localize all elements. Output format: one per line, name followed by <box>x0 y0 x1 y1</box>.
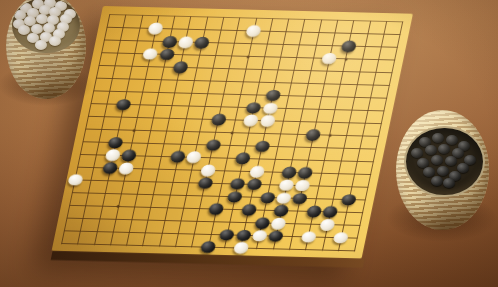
black-stone <box>443 178 455 188</box>
hoshi-point <box>328 134 332 137</box>
black-stone <box>259 192 275 204</box>
white-stone <box>270 218 286 230</box>
white-stone <box>148 23 164 35</box>
black-stone <box>340 40 356 52</box>
black-stone <box>292 193 308 205</box>
black-stone <box>437 166 449 176</box>
white-stone <box>251 230 267 242</box>
black-stone <box>241 204 257 216</box>
white-stone <box>259 115 275 127</box>
black-stone <box>170 151 186 163</box>
black-stone <box>161 36 177 48</box>
go-board <box>52 6 413 259</box>
hoshi-point <box>344 57 348 60</box>
black-stone <box>268 230 284 242</box>
black-stone <box>281 167 297 179</box>
hoshi-point <box>117 205 121 208</box>
black-stone <box>115 99 131 111</box>
white-stone-bowl-opening <box>12 0 79 53</box>
white-stone <box>118 163 134 175</box>
white-stone <box>105 149 121 161</box>
hoshi-point <box>246 55 250 58</box>
black-stone <box>219 229 235 241</box>
white-stone <box>319 219 335 231</box>
black-stone <box>431 176 443 186</box>
white-stone <box>186 151 202 163</box>
black-stone <box>194 37 210 49</box>
white-stone <box>232 242 248 254</box>
black-stone <box>205 139 221 151</box>
white-stone <box>249 166 265 178</box>
black-stone <box>254 140 270 152</box>
white-stone <box>295 180 311 192</box>
white-stone <box>67 174 83 186</box>
white-stone <box>178 36 194 48</box>
white-stone <box>142 48 158 60</box>
black-stone <box>431 155 443 165</box>
hoshi-point <box>230 131 234 134</box>
black-stone <box>305 129 321 141</box>
black-stone <box>322 206 338 218</box>
black-stone <box>197 177 213 189</box>
white-stone <box>321 53 337 65</box>
hoshi-point <box>133 129 137 132</box>
black-stone-bowl <box>396 110 489 230</box>
black-stone <box>445 156 457 166</box>
white-stone <box>49 36 61 46</box>
white-stone <box>333 232 349 244</box>
black-stone <box>246 102 262 114</box>
black-stone <box>254 217 270 229</box>
black-stone <box>227 191 243 203</box>
black-stone <box>159 49 175 61</box>
white-stone <box>200 165 216 177</box>
black-stone <box>172 62 188 74</box>
black-stone-bowl-opening <box>404 126 484 197</box>
black-stone <box>438 144 450 154</box>
black-stone <box>446 135 458 145</box>
black-stone <box>273 205 289 217</box>
board-grid <box>61 14 403 251</box>
black-stone <box>121 150 137 162</box>
black-stone <box>235 153 251 165</box>
black-stone <box>235 229 251 241</box>
black-stone <box>210 114 226 126</box>
black-stone <box>341 194 357 206</box>
white-stone-bowl <box>6 0 86 99</box>
white-stone <box>35 40 47 50</box>
table-scene <box>0 0 498 287</box>
white-stone <box>276 192 292 204</box>
black-stone <box>432 133 444 143</box>
black-stone <box>297 167 313 179</box>
black-stone <box>423 167 435 177</box>
white-stone <box>300 231 316 243</box>
black-stone <box>200 241 216 253</box>
black-stone <box>306 206 322 218</box>
black-stone <box>230 178 246 190</box>
white-stone <box>243 115 259 127</box>
white-stone <box>278 179 294 191</box>
black-stone <box>102 162 118 174</box>
black-stone <box>107 137 123 149</box>
white-stone <box>245 25 261 37</box>
white-stone <box>262 102 278 114</box>
black-stone <box>208 203 224 215</box>
black-stone <box>265 90 281 102</box>
board-surface <box>52 6 413 259</box>
black-stone <box>246 179 262 191</box>
